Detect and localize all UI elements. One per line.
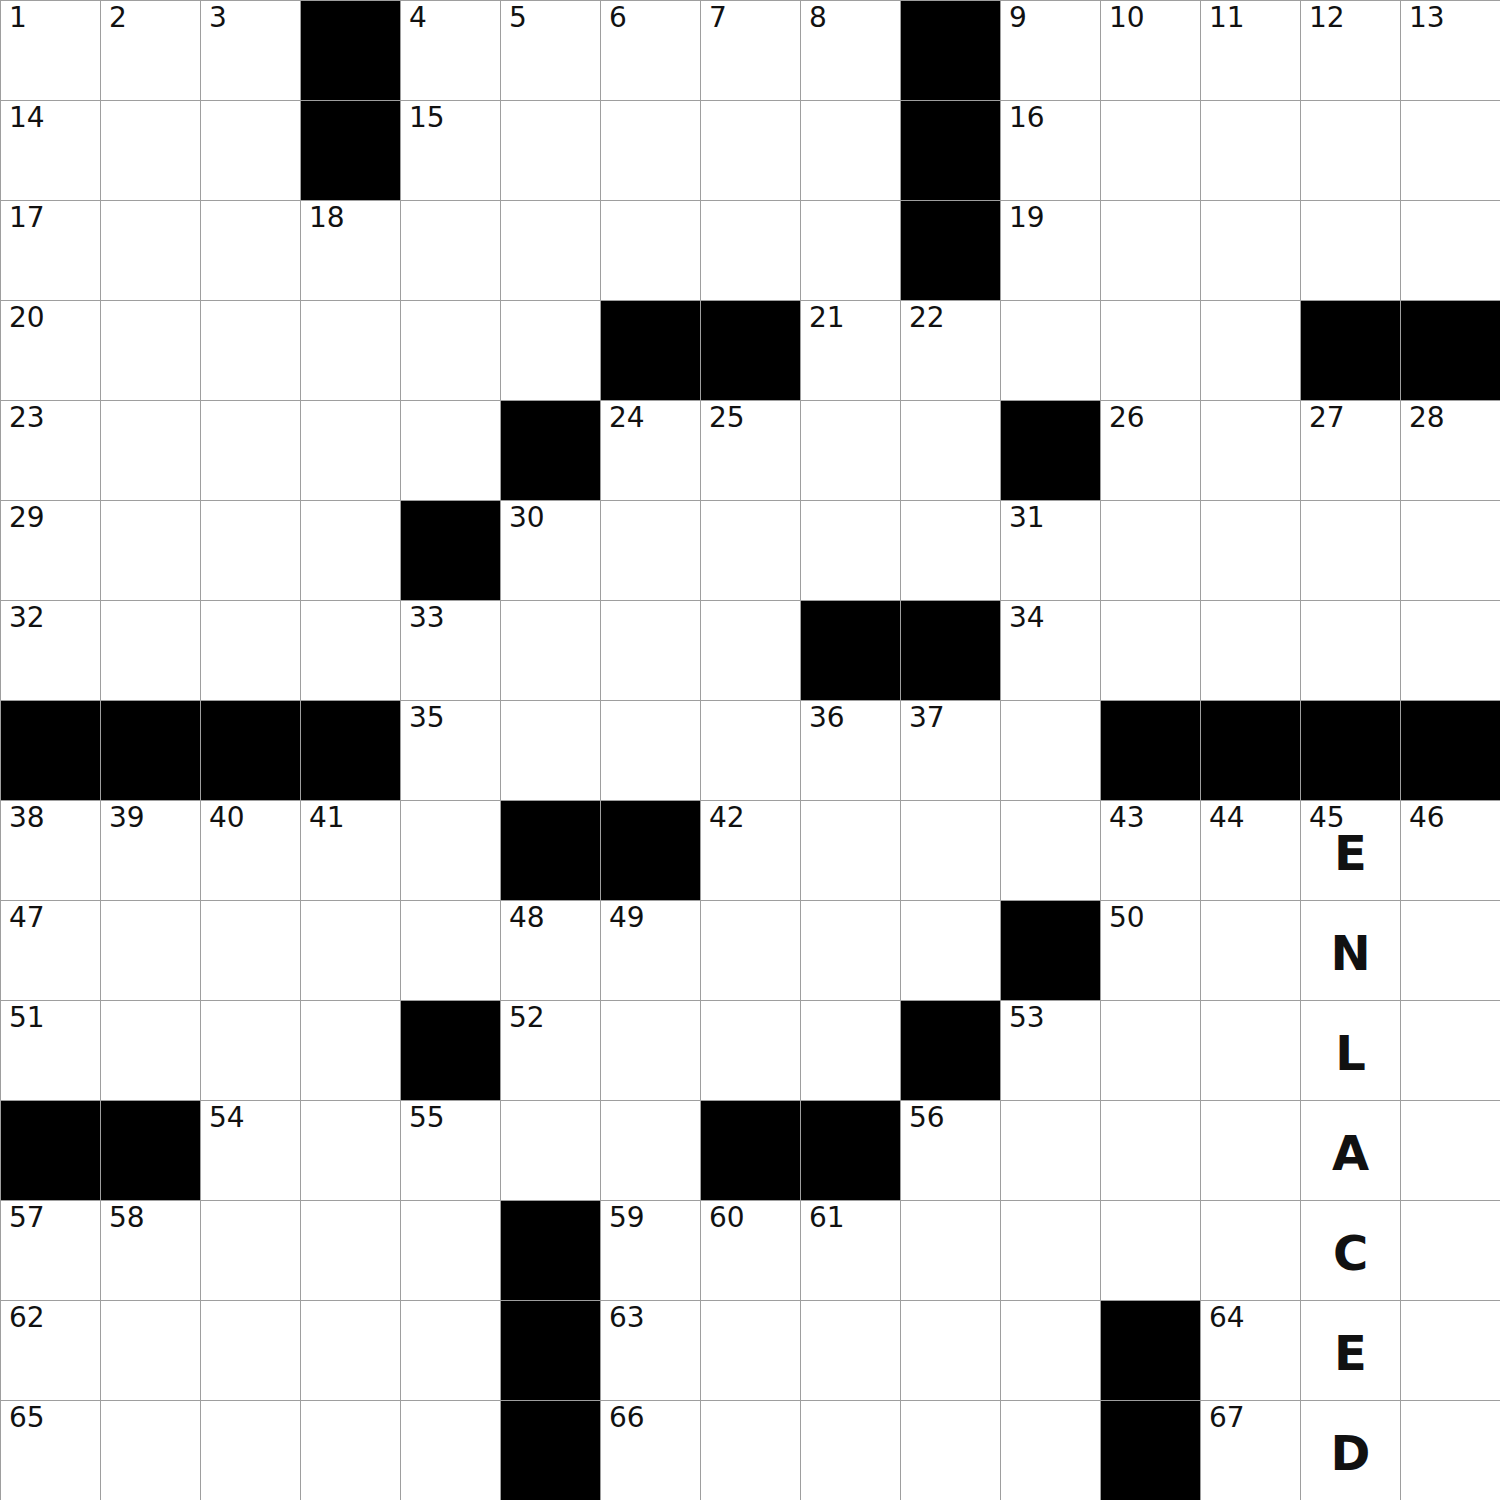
cell-r5c15[interactable]: 28 — [1400, 400, 1500, 500]
clue-number-7: 7 — [709, 4, 727, 32]
cell-r3c13[interactable] — [1200, 200, 1300, 300]
cell-r1c1[interactable]: 1 — [0, 0, 100, 100]
fill-letter-r12c14: A — [1301, 1101, 1400, 1200]
cell-r15c13[interactable]: 67 — [1200, 1400, 1300, 1500]
clue-number-53: 53 — [1009, 1004, 1045, 1032]
cell-r11c3[interactable] — [200, 1000, 300, 1100]
clue-number-34: 34 — [1009, 604, 1045, 632]
clue-number-5: 5 — [509, 4, 527, 32]
block-r1c4 — [300, 0, 400, 100]
block-r2c4 — [300, 100, 400, 200]
cell-r9c9[interactable] — [800, 800, 900, 900]
cell-r10c13[interactable] — [1200, 900, 1300, 1000]
block-r8c3 — [200, 700, 300, 800]
cell-r9c10[interactable] — [900, 800, 1000, 900]
clue-number-66: 66 — [609, 1404, 645, 1432]
cell-r10c10[interactable] — [900, 900, 1000, 1000]
cell-r15c11[interactable] — [1000, 1400, 1100, 1500]
clue-number-41: 41 — [309, 804, 345, 832]
cell-r12c4[interactable] — [300, 1100, 400, 1200]
cell-r7c13[interactable] — [1200, 600, 1300, 700]
fill-letter-r14c14: E — [1301, 1301, 1400, 1400]
cell-r11c7[interactable] — [600, 1000, 700, 1100]
clue-number-61: 61 — [809, 1204, 845, 1232]
cell-r4c9[interactable]: 21 — [800, 300, 900, 400]
cell-r14c1[interactable]: 62 — [0, 1300, 100, 1400]
cell-r14c7[interactable]: 63 — [600, 1300, 700, 1400]
cell-r13c12[interactable] — [1100, 1200, 1200, 1300]
cell-r1c3[interactable]: 3 — [200, 0, 300, 100]
cell-r6c8[interactable] — [700, 500, 800, 600]
cell-r6c3[interactable] — [200, 500, 300, 600]
cell-r13c14[interactable]: C — [1300, 1200, 1400, 1300]
cell-r2c15[interactable] — [1400, 100, 1500, 200]
cell-r7c2[interactable] — [100, 600, 200, 700]
clue-number-37: 37 — [909, 704, 945, 732]
cell-r10c6[interactable]: 48 — [500, 900, 600, 1000]
cell-r8c10[interactable]: 37 — [900, 700, 1000, 800]
cell-r8c6[interactable] — [500, 700, 600, 800]
clue-number-15: 15 — [409, 104, 445, 132]
cell-r13c11[interactable] — [1000, 1200, 1100, 1300]
cell-r5c2[interactable] — [100, 400, 200, 500]
cell-r7c11[interactable]: 34 — [1000, 600, 1100, 700]
clue-number-33: 33 — [409, 604, 445, 632]
cell-r7c7[interactable] — [600, 600, 700, 700]
cell-r7c15[interactable] — [1400, 600, 1500, 700]
cell-r12c11[interactable] — [1000, 1100, 1100, 1200]
block-r10c11 — [1000, 900, 1100, 1000]
cell-r11c4[interactable] — [300, 1000, 400, 1100]
clue-number-10: 10 — [1109, 4, 1145, 32]
block-r13c6 — [500, 1200, 600, 1300]
cell-r11c1[interactable]: 51 — [0, 1000, 100, 1100]
block-r4c8 — [700, 300, 800, 400]
block-r8c2 — [100, 700, 200, 800]
block-r4c15 — [1400, 300, 1500, 400]
cell-r3c4[interactable]: 18 — [300, 200, 400, 300]
clue-number-11: 11 — [1209, 4, 1245, 32]
cell-r7c1[interactable]: 32 — [0, 600, 100, 700]
cell-r8c11[interactable] — [1000, 700, 1100, 800]
cell-r8c7[interactable] — [600, 700, 700, 800]
clue-number-39: 39 — [109, 804, 145, 832]
cell-r9c13[interactable]: 44 — [1200, 800, 1300, 900]
cell-r12c6[interactable] — [500, 1100, 600, 1200]
clue-number-24: 24 — [609, 404, 645, 432]
clue-number-52: 52 — [509, 1004, 545, 1032]
block-r14c12 — [1100, 1300, 1200, 1400]
fill-letter-r11c14: L — [1301, 1001, 1400, 1100]
cell-r11c11[interactable]: 53 — [1000, 1000, 1100, 1100]
cell-r2c8[interactable] — [700, 100, 800, 200]
block-r8c4 — [300, 700, 400, 800]
clue-number-23: 23 — [9, 404, 45, 432]
cell-r10c3[interactable] — [200, 900, 300, 1000]
block-r8c12 — [1100, 700, 1200, 800]
cell-r13c7[interactable]: 59 — [600, 1200, 700, 1300]
fill-letter-r10c14: N — [1301, 901, 1400, 1000]
cell-r15c3[interactable] — [200, 1400, 300, 1500]
cell-r5c14[interactable]: 27 — [1300, 400, 1400, 500]
clue-number-64: 64 — [1209, 1304, 1245, 1332]
clue-number-55: 55 — [409, 1104, 445, 1132]
clue-number-36: 36 — [809, 704, 845, 732]
cell-r6c2[interactable] — [100, 500, 200, 600]
cell-r1c12[interactable]: 10 — [1100, 0, 1200, 100]
clue-number-51: 51 — [9, 1004, 45, 1032]
block-r11c5 — [400, 1000, 500, 1100]
block-r4c7 — [600, 300, 700, 400]
cell-r13c10[interactable] — [900, 1200, 1000, 1300]
clue-number-9: 9 — [1009, 4, 1027, 32]
cell-r15c14[interactable]: D — [1300, 1400, 1400, 1500]
cell-r12c15[interactable] — [1400, 1100, 1500, 1200]
cell-r1c2[interactable]: 2 — [100, 0, 200, 100]
clue-number-18: 18 — [309, 204, 345, 232]
cell-r15c2[interactable] — [100, 1400, 200, 1500]
block-r5c6 — [500, 400, 600, 500]
cell-r4c5[interactable] — [400, 300, 500, 400]
clue-number-2: 2 — [109, 4, 127, 32]
cell-r10c7[interactable]: 49 — [600, 900, 700, 1000]
cell-r3c6[interactable] — [500, 200, 600, 300]
cell-r5c12[interactable]: 26 — [1100, 400, 1200, 500]
cell-r2c7[interactable] — [600, 100, 700, 200]
clue-number-50: 50 — [1109, 904, 1145, 932]
cell-r14c3[interactable] — [200, 1300, 300, 1400]
cell-r2c1[interactable]: 14 — [0, 100, 100, 200]
cell-r3c5[interactable] — [400, 200, 500, 300]
cell-r4c2[interactable] — [100, 300, 200, 400]
cell-r3c9[interactable] — [800, 200, 900, 300]
block-r15c6 — [500, 1400, 600, 1500]
cell-r9c12[interactable]: 43 — [1100, 800, 1200, 900]
cell-r9c8[interactable]: 42 — [700, 800, 800, 900]
cell-r9c4[interactable]: 41 — [300, 800, 400, 900]
block-r4c14 — [1300, 300, 1400, 400]
cell-r5c10[interactable] — [900, 400, 1000, 500]
clue-number-54: 54 — [209, 1104, 245, 1132]
cell-r6c15[interactable] — [1400, 500, 1500, 600]
cell-r12c3[interactable]: 54 — [200, 1100, 300, 1200]
clue-number-8: 8 — [809, 4, 827, 32]
cell-r6c11[interactable]: 31 — [1000, 500, 1100, 600]
clue-number-30: 30 — [509, 504, 545, 532]
cell-r15c9[interactable] — [800, 1400, 900, 1500]
clue-number-12: 12 — [1309, 4, 1345, 32]
cell-r1c6[interactable]: 5 — [500, 0, 600, 100]
cell-r10c9[interactable] — [800, 900, 900, 1000]
clue-number-47: 47 — [9, 904, 45, 932]
cell-r5c4[interactable] — [300, 400, 400, 500]
cell-r9c1[interactable]: 38 — [0, 800, 100, 900]
cell-r5c5[interactable] — [400, 400, 500, 500]
fill-letter-r15c14: D — [1301, 1401, 1400, 1500]
clue-number-59: 59 — [609, 1204, 645, 1232]
cell-r3c15[interactable] — [1400, 200, 1500, 300]
cell-r3c11[interactable]: 19 — [1000, 200, 1100, 300]
cell-r14c5[interactable] — [400, 1300, 500, 1400]
cell-r7c5[interactable]: 33 — [400, 600, 500, 700]
cell-r7c3[interactable] — [200, 600, 300, 700]
cell-r10c5[interactable] — [400, 900, 500, 1000]
cell-r15c1[interactable]: 65 — [0, 1400, 100, 1500]
cell-r8c9[interactable]: 36 — [800, 700, 900, 800]
cell-r13c5[interactable] — [400, 1200, 500, 1300]
clue-number-31: 31 — [1009, 504, 1045, 532]
fill-letter-r9c14: E — [1301, 801, 1400, 900]
cell-r6c9[interactable] — [800, 500, 900, 600]
cell-r11c8[interactable] — [700, 1000, 800, 1100]
cell-r1c13[interactable]: 11 — [1200, 0, 1300, 100]
cell-r4c13[interactable] — [1200, 300, 1300, 400]
cell-r6c7[interactable] — [600, 500, 700, 600]
clue-number-20: 20 — [9, 304, 45, 332]
cell-r14c11[interactable] — [1000, 1300, 1100, 1400]
cell-r5c1[interactable]: 23 — [0, 400, 100, 500]
cell-r5c13[interactable] — [1200, 400, 1300, 500]
clue-number-25: 25 — [709, 404, 745, 432]
block-r2c10 — [900, 100, 1000, 200]
cell-r10c15[interactable] — [1400, 900, 1500, 1000]
block-r8c13 — [1200, 700, 1300, 800]
cell-r14c2[interactable] — [100, 1300, 200, 1400]
cell-r4c11[interactable] — [1000, 300, 1100, 400]
clue-number-32: 32 — [9, 604, 45, 632]
cell-r12c7[interactable] — [600, 1100, 700, 1200]
block-r9c6 — [500, 800, 600, 900]
cell-r12c14[interactable]: A — [1300, 1100, 1400, 1200]
cell-r6c13[interactable] — [1200, 500, 1300, 600]
block-r8c1 — [0, 700, 100, 800]
block-r15c12 — [1100, 1400, 1200, 1500]
clue-number-40: 40 — [209, 804, 245, 832]
clue-number-19: 19 — [1009, 204, 1045, 232]
cell-r1c15[interactable]: 13 — [1400, 0, 1500, 100]
block-r8c15 — [1400, 700, 1500, 800]
cell-r3c14[interactable] — [1300, 200, 1400, 300]
cell-r6c1[interactable]: 29 — [0, 500, 100, 600]
clue-number-58: 58 — [109, 1204, 145, 1232]
cell-r4c4[interactable] — [300, 300, 400, 400]
block-r8c14 — [1300, 700, 1400, 800]
cell-r2c13[interactable] — [1200, 100, 1300, 200]
cell-r6c4[interactable] — [300, 500, 400, 600]
cell-r5c7[interactable]: 24 — [600, 400, 700, 500]
cell-r14c4[interactable] — [300, 1300, 400, 1400]
block-r7c10 — [900, 600, 1000, 700]
block-r3c10 — [900, 200, 1000, 300]
cell-r9c5[interactable] — [400, 800, 500, 900]
cell-r14c9[interactable] — [800, 1300, 900, 1400]
cell-r2c2[interactable] — [100, 100, 200, 200]
cell-r11c15[interactable] — [1400, 1000, 1500, 1100]
cell-r11c9[interactable] — [800, 1000, 900, 1100]
clue-number-1: 1 — [9, 4, 27, 32]
cell-r12c12[interactable] — [1100, 1100, 1200, 1200]
block-r14c6 — [500, 1300, 600, 1400]
block-r12c9 — [800, 1100, 900, 1200]
cell-r3c12[interactable] — [1100, 200, 1200, 300]
cell-r10c4[interactable] — [300, 900, 400, 1000]
cell-r13c9[interactable]: 61 — [800, 1200, 900, 1300]
cell-r9c3[interactable]: 40 — [200, 800, 300, 900]
cell-r15c15[interactable] — [1400, 1400, 1500, 1500]
cell-r1c9[interactable]: 8 — [800, 0, 900, 100]
cell-r6c10[interactable] — [900, 500, 1000, 600]
cell-r3c2[interactable] — [100, 200, 200, 300]
cell-r5c3[interactable] — [200, 400, 300, 500]
cell-r11c6[interactable]: 52 — [500, 1000, 600, 1100]
clue-number-28: 28 — [1409, 404, 1445, 432]
clue-number-16: 16 — [1009, 104, 1045, 132]
cell-r15c8[interactable] — [700, 1400, 800, 1500]
cell-r8c8[interactable] — [700, 700, 800, 800]
clue-number-63: 63 — [609, 1304, 645, 1332]
clue-number-17: 17 — [9, 204, 45, 232]
clue-number-35: 35 — [409, 704, 445, 732]
cell-r8c5[interactable]: 35 — [400, 700, 500, 800]
cell-r14c15[interactable] — [1400, 1300, 1500, 1400]
clue-number-13: 13 — [1409, 4, 1445, 32]
cell-r14c13[interactable]: 64 — [1200, 1300, 1300, 1400]
clue-number-57: 57 — [9, 1204, 45, 1232]
clue-number-62: 62 — [9, 1304, 45, 1332]
cell-r13c13[interactable] — [1200, 1200, 1300, 1300]
clue-number-60: 60 — [709, 1204, 745, 1232]
clue-number-4: 4 — [409, 4, 427, 32]
clue-number-46: 46 — [1409, 804, 1445, 832]
cell-r7c14[interactable] — [1300, 600, 1400, 700]
block-r12c2 — [100, 1100, 200, 1200]
clue-number-26: 26 — [1109, 404, 1145, 432]
cell-r13c15[interactable] — [1400, 1200, 1500, 1300]
cell-r12c10[interactable]: 56 — [900, 1100, 1000, 1200]
cell-r2c14[interactable] — [1300, 100, 1400, 200]
cell-r10c1[interactable]: 47 — [0, 900, 100, 1000]
cell-r13c1[interactable]: 57 — [0, 1200, 100, 1300]
cell-r2c12[interactable] — [1100, 100, 1200, 200]
clue-number-49: 49 — [609, 904, 645, 932]
cell-r4c10[interactable]: 22 — [900, 300, 1000, 400]
block-r6c5 — [400, 500, 500, 600]
cell-r15c7[interactable]: 66 — [600, 1400, 700, 1500]
cell-r13c4[interactable] — [300, 1200, 400, 1300]
cell-r14c8[interactable] — [700, 1300, 800, 1400]
fill-letter-r13c14: C — [1301, 1201, 1400, 1300]
cell-r6c6[interactable]: 30 — [500, 500, 600, 600]
block-r7c9 — [800, 600, 900, 700]
cell-r6c12[interactable] — [1100, 500, 1200, 600]
cell-r10c14[interactable]: N — [1300, 900, 1400, 1000]
block-r1c10 — [900, 0, 1000, 100]
clue-number-65: 65 — [9, 1404, 45, 1432]
clue-number-29: 29 — [9, 504, 45, 532]
clue-number-42: 42 — [709, 804, 745, 832]
cell-r4c3[interactable] — [200, 300, 300, 400]
cell-r6c14[interactable] — [1300, 500, 1400, 600]
cell-r2c5[interactable]: 15 — [400, 100, 500, 200]
cell-r1c7[interactable]: 6 — [600, 0, 700, 100]
cell-r12c5[interactable]: 55 — [400, 1100, 500, 1200]
cell-r2c3[interactable] — [200, 100, 300, 200]
clue-number-21: 21 — [809, 304, 845, 332]
clue-number-48: 48 — [509, 904, 545, 932]
clue-number-14: 14 — [9, 104, 45, 132]
cell-r11c14[interactable]: L — [1300, 1000, 1400, 1100]
block-r12c1 — [0, 1100, 100, 1200]
cell-r9c11[interactable] — [1000, 800, 1100, 900]
cell-r3c3[interactable] — [200, 200, 300, 300]
clue-number-27: 27 — [1309, 404, 1345, 432]
cell-r3c8[interactable] — [700, 200, 800, 300]
cell-r13c2[interactable]: 58 — [100, 1200, 200, 1300]
block-r12c8 — [700, 1100, 800, 1200]
cell-r4c12[interactable] — [1100, 300, 1200, 400]
clue-number-56: 56 — [909, 1104, 945, 1132]
cell-r1c14[interactable]: 12 — [1300, 0, 1400, 100]
cell-r15c10[interactable] — [900, 1400, 1000, 1500]
cell-r10c12[interactable]: 50 — [1100, 900, 1200, 1000]
cell-r12c13[interactable] — [1200, 1100, 1300, 1200]
cell-r7c8[interactable] — [700, 600, 800, 700]
cell-r4c6[interactable] — [500, 300, 600, 400]
cell-r7c4[interactable] — [300, 600, 400, 700]
block-r5c11 — [1000, 400, 1100, 500]
clue-number-3: 3 — [209, 4, 227, 32]
cell-r5c9[interactable] — [800, 400, 900, 500]
cell-r4c1[interactable]: 20 — [0, 300, 100, 400]
clue-number-6: 6 — [609, 4, 627, 32]
cell-r2c6[interactable] — [500, 100, 600, 200]
cell-r2c11[interactable]: 16 — [1000, 100, 1100, 200]
cell-r11c2[interactable] — [100, 1000, 200, 1100]
cell-r13c8[interactable]: 60 — [700, 1200, 800, 1300]
cell-r10c2[interactable] — [100, 900, 200, 1000]
cell-r7c12[interactable] — [1100, 600, 1200, 700]
clue-number-43: 43 — [1109, 804, 1145, 832]
cell-r5c8[interactable]: 25 — [700, 400, 800, 500]
cell-r14c14[interactable]: E — [1300, 1300, 1400, 1400]
cell-r9c15[interactable]: 46 — [1400, 800, 1500, 900]
cell-r11c12[interactable] — [1100, 1000, 1200, 1100]
clue-number-67: 67 — [1209, 1404, 1245, 1432]
cell-r1c8[interactable]: 7 — [700, 0, 800, 100]
cell-r2c9[interactable] — [800, 100, 900, 200]
cell-r9c14[interactable]: 45E — [1300, 800, 1400, 900]
cell-r7c6[interactable] — [500, 600, 600, 700]
cell-r15c4[interactable] — [300, 1400, 400, 1500]
cell-r3c7[interactable] — [600, 200, 700, 300]
cell-r15c5[interactable] — [400, 1400, 500, 1500]
cell-r13c3[interactable] — [200, 1200, 300, 1300]
block-r9c7 — [600, 800, 700, 900]
cell-r1c11[interactable]: 9 — [1000, 0, 1100, 100]
cell-r3c1[interactable]: 17 — [0, 200, 100, 300]
cell-r1c5[interactable]: 4 — [400, 0, 500, 100]
cell-r10c8[interactable] — [700, 900, 800, 1000]
clue-number-22: 22 — [909, 304, 945, 332]
block-r11c10 — [900, 1000, 1000, 1100]
crossword-grid: 1234567891011121314151617181920212223242… — [0, 0, 1500, 1500]
clue-number-44: 44 — [1209, 804, 1245, 832]
clue-number-38: 38 — [9, 804, 45, 832]
cell-r11c13[interactable] — [1200, 1000, 1300, 1100]
cell-r9c2[interactable]: 39 — [100, 800, 200, 900]
cell-r14c10[interactable] — [900, 1300, 1000, 1400]
